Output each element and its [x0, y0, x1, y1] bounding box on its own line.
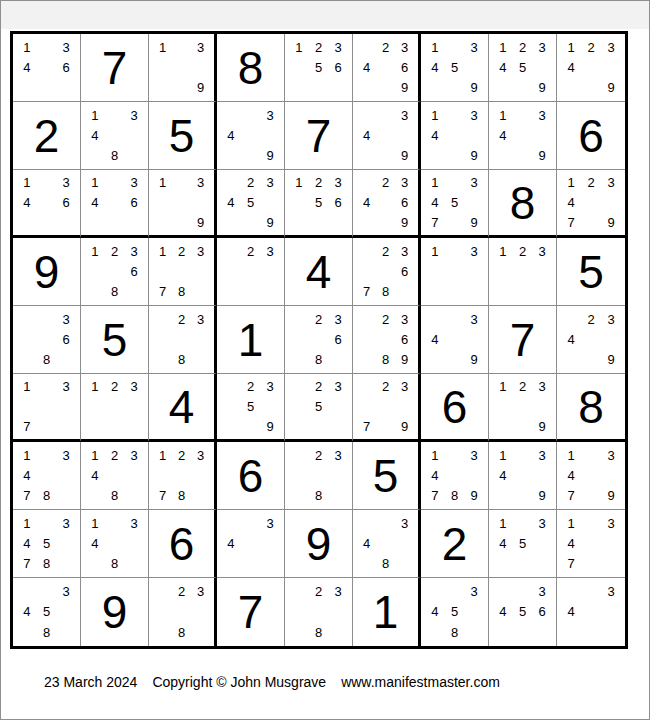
placed-digit: 5	[578, 249, 604, 295]
placed-digit: 5	[373, 453, 399, 499]
cell-r6c5: 235	[285, 374, 353, 442]
cell-r3c9: 123479	[557, 170, 625, 238]
placed-digit: 6	[238, 453, 264, 499]
pencil-mark: 1	[159, 41, 166, 54]
placed-digit: 7	[102, 45, 128, 91]
cell-r3c8: 8	[489, 170, 557, 238]
sudoku-board: 1346713981235623469134591234591234921348…	[10, 31, 628, 649]
pencil-mark: 5	[247, 400, 254, 413]
pencil-mark: 3	[471, 585, 478, 598]
pencil-mark: 4	[23, 605, 30, 618]
cell-r6c8: 1239	[489, 374, 557, 442]
cell-r1c7: 13459	[421, 34, 489, 102]
pencil-mark: 5	[519, 61, 526, 74]
pencil-mark: 9	[471, 81, 478, 94]
cell-r5c8: 7	[489, 306, 557, 374]
cell-r8c3: 6	[149, 510, 217, 578]
pencil-mark: 3	[401, 380, 408, 393]
footer-date: 23 March 2024	[44, 674, 137, 690]
pencil-mark: 8	[111, 557, 118, 570]
pencil-mark: 5	[519, 537, 526, 550]
pencil-mark: 3	[471, 245, 478, 258]
pencil-mark: 3	[197, 449, 204, 462]
cell-r6c1: 137	[13, 374, 81, 442]
pencil-mark: 9	[471, 489, 478, 502]
pencil-mark: 4	[431, 61, 438, 74]
cell-r4c2: 12368	[81, 238, 149, 306]
cell-r4c5: 4	[285, 238, 353, 306]
pencil-mark: 3	[63, 449, 70, 462]
cell-r5c6: 23689	[353, 306, 421, 374]
pencil-mark: 4	[499, 605, 506, 618]
cell-r6c2: 123	[81, 374, 149, 442]
cell-r1c9: 12349	[557, 34, 625, 102]
placed-digit: 8	[578, 384, 604, 430]
pencil-mark: 5	[43, 537, 50, 550]
pencil-mark: 1	[91, 449, 98, 462]
cell-r9c4: 7	[217, 578, 285, 646]
cell-r4c6: 23678	[353, 238, 421, 306]
placed-digit: 7	[510, 317, 536, 363]
placed-digit: 1	[373, 589, 399, 635]
pencil-mark: 1	[295, 176, 302, 189]
pencil-mark: 3	[539, 517, 546, 530]
pencil-mark: 9	[401, 149, 408, 162]
pencil-mark: 9	[267, 420, 274, 433]
pencil-mark: 9	[471, 216, 478, 229]
cell-r8c8: 1345	[489, 510, 557, 578]
pencil-mark: 1	[499, 517, 506, 530]
cell-r1c2: 7	[81, 34, 149, 102]
cell-r7c9: 13479	[557, 442, 625, 510]
placed-digit: 6	[169, 521, 195, 567]
pencil-mark: 6	[131, 265, 138, 278]
cell-r2c4: 349	[217, 102, 285, 170]
pencil-mark: 2	[587, 313, 594, 326]
pencil-mark: 9	[197, 216, 204, 229]
pencil-mark: 4	[91, 537, 98, 550]
pencil-mark: 6	[539, 605, 546, 618]
pencil-mark: 5	[451, 196, 458, 209]
pencil-mark: 1	[431, 449, 438, 462]
cell-r6c3: 4	[149, 374, 217, 442]
pencil-mark: 4	[363, 537, 370, 550]
cell-r3c3: 139	[149, 170, 217, 238]
pencil-mark: 3	[539, 380, 546, 393]
pencil-mark: 2	[315, 176, 322, 189]
pencil-mark: 3	[267, 517, 274, 530]
pencil-mark: 5	[315, 196, 322, 209]
pencil-mark: 6	[335, 196, 342, 209]
pencil-mark: 1	[159, 245, 166, 258]
cell-r9c9: 34	[557, 578, 625, 646]
pencil-mark: 1	[499, 109, 506, 122]
pencil-mark: 1	[23, 380, 30, 393]
cell-r7c2: 12348	[81, 442, 149, 510]
pencil-mark: 6	[63, 61, 70, 74]
cell-r8c7: 2	[421, 510, 489, 578]
pencil-mark: 1	[91, 517, 98, 530]
pencil-mark: 3	[131, 517, 138, 530]
pencil-mark: 5	[315, 400, 322, 413]
pencil-mark: 8	[315, 489, 322, 502]
pencil-mark: 9	[471, 353, 478, 366]
pencil-mark: 2	[111, 245, 118, 258]
pencil-mark: 1	[91, 176, 98, 189]
pencil-mark: 5	[43, 605, 50, 618]
pencil-mark: 3	[607, 517, 614, 530]
placed-digit: 4	[169, 384, 195, 430]
cell-r9c2: 9	[81, 578, 149, 646]
cell-r8c6: 348	[353, 510, 421, 578]
pencil-mark: 5	[451, 61, 458, 74]
pencil-mark: 4	[499, 129, 506, 142]
pencil-mark: 3	[131, 380, 138, 393]
pencil-mark: 2	[587, 41, 594, 54]
cell-r7c3: 12378	[149, 442, 217, 510]
cell-r6c9: 8	[557, 374, 625, 442]
pencil-mark: 8	[178, 626, 185, 639]
pencil-mark: 9	[401, 81, 408, 94]
pencil-mark: 9	[197, 81, 204, 94]
pencil-mark: 4	[567, 537, 574, 550]
pencil-mark: 5	[519, 605, 526, 618]
pencil-mark: 4	[431, 196, 438, 209]
pencil-mark: 2	[247, 176, 254, 189]
pencil-mark: 1	[431, 41, 438, 54]
pencil-mark: 1	[567, 449, 574, 462]
pencil-mark: 1	[91, 245, 98, 258]
pencil-mark: 3	[401, 41, 408, 54]
pencil-mark: 3	[197, 585, 204, 598]
pencil-mark: 7	[431, 489, 438, 502]
pencil-mark: 9	[539, 420, 546, 433]
pencil-mark: 4	[363, 129, 370, 142]
cell-r2c8: 1349	[489, 102, 557, 170]
cell-r1c6: 23469	[353, 34, 421, 102]
pencil-mark: 8	[43, 489, 50, 502]
pencil-mark: 4	[227, 537, 234, 550]
pencil-mark: 8	[178, 285, 185, 298]
pencil-mark: 7	[23, 420, 30, 433]
pencil-mark: 1	[91, 380, 98, 393]
puzzle-page: 1346713981235623469134591234591234921348…	[0, 0, 650, 720]
cell-r5c4: 1	[217, 306, 285, 374]
pencil-mark: 4	[431, 469, 438, 482]
pencil-mark: 7	[431, 216, 438, 229]
cell-r3c7: 134579	[421, 170, 489, 238]
cell-r4c1: 9	[13, 238, 81, 306]
pencil-mark: 3	[539, 41, 546, 54]
pencil-mark: 3	[335, 176, 342, 189]
pencil-mark: 8	[43, 626, 50, 639]
pencil-mark: 4	[499, 61, 506, 74]
cell-r9c7: 3458	[421, 578, 489, 646]
pencil-mark: 9	[401, 216, 408, 229]
pencil-mark: 8	[451, 626, 458, 639]
pencil-mark: 4	[499, 537, 506, 550]
pencil-mark: 3	[539, 585, 546, 598]
cell-r8c2: 1348	[81, 510, 149, 578]
cell-r2c5: 7	[285, 102, 353, 170]
pencil-mark: 3	[401, 245, 408, 258]
pencil-mark: 3	[471, 41, 478, 54]
cell-r2c9: 6	[557, 102, 625, 170]
pencil-mark: 2	[178, 245, 185, 258]
cell-r5c5: 2368	[285, 306, 353, 374]
pencil-mark: 2	[178, 449, 185, 462]
pencil-mark: 9	[607, 353, 614, 366]
pencil-mark: 7	[567, 557, 574, 570]
pencil-mark: 6	[401, 333, 408, 346]
pencil-mark: 3	[63, 585, 70, 598]
pencil-mark: 1	[567, 517, 574, 530]
pencil-mark: 3	[197, 41, 204, 54]
pencil-mark: 3	[471, 449, 478, 462]
cell-r1c3: 139	[149, 34, 217, 102]
pencil-mark: 2	[519, 245, 526, 258]
pencil-mark: 4	[431, 605, 438, 618]
pencil-mark: 5	[247, 196, 254, 209]
pencil-mark: 2	[382, 245, 389, 258]
cell-r1c4: 8	[217, 34, 285, 102]
pencil-mark: 7	[567, 216, 574, 229]
pencil-mark: 1	[23, 176, 30, 189]
cell-r2c3: 5	[149, 102, 217, 170]
pencil-mark: 9	[401, 420, 408, 433]
pencil-mark: 8	[111, 285, 118, 298]
placed-digit: 6	[578, 113, 604, 159]
cell-r6c7: 6	[421, 374, 489, 442]
pencil-mark: 4	[23, 196, 30, 209]
pencil-mark: 4	[567, 196, 574, 209]
footer: 23 March 2024 Copyright © John Musgrave …	[44, 674, 500, 690]
pencil-mark: 3	[131, 449, 138, 462]
pencil-mark: 8	[43, 557, 50, 570]
pencil-mark: 1	[159, 176, 166, 189]
pencil-mark: 1	[295, 41, 302, 54]
cell-r5c1: 368	[13, 306, 81, 374]
pencil-mark: 3	[131, 109, 138, 122]
cell-r9c6: 1	[353, 578, 421, 646]
pencil-mark: 7	[23, 557, 30, 570]
cell-r9c5: 238	[285, 578, 353, 646]
pencil-mark: 3	[539, 109, 546, 122]
pencil-mark: 8	[315, 353, 322, 366]
pencil-mark: 3	[335, 449, 342, 462]
pencil-mark: 7	[159, 489, 166, 502]
pencil-mark: 6	[63, 333, 70, 346]
pencil-mark: 9	[539, 489, 546, 502]
pencil-mark: 7	[363, 420, 370, 433]
cell-r5c3: 238	[149, 306, 217, 374]
pencil-mark: 8	[111, 489, 118, 502]
pencil-mark: 9	[539, 149, 546, 162]
pencil-mark: 7	[363, 285, 370, 298]
pencil-mark: 3	[63, 517, 70, 530]
cell-r7c5: 238	[285, 442, 353, 510]
pencil-mark: 1	[91, 109, 98, 122]
pencil-mark: 3	[539, 449, 546, 462]
cell-r5c9: 2349	[557, 306, 625, 374]
placed-digit: 1	[238, 317, 264, 363]
pencil-mark: 3	[267, 109, 274, 122]
pencil-mark: 4	[567, 605, 574, 618]
pencil-mark: 9	[267, 149, 274, 162]
pencil-mark: 4	[23, 537, 30, 550]
pencil-mark: 2	[247, 245, 254, 258]
pencil-mark: 3	[401, 517, 408, 530]
pencil-mark: 9	[607, 216, 614, 229]
cell-r4c9: 5	[557, 238, 625, 306]
pencil-mark: 9	[607, 489, 614, 502]
placed-digit: 9	[306, 521, 332, 567]
pencil-mark: 4	[23, 61, 30, 74]
cell-r4c3: 12378	[149, 238, 217, 306]
pencil-mark: 6	[401, 265, 408, 278]
pencil-mark: 3	[607, 313, 614, 326]
pencil-mark: 4	[91, 129, 98, 142]
pencil-mark: 7	[23, 489, 30, 502]
pencil-mark: 4	[567, 333, 574, 346]
pencil-mark: 4	[431, 333, 438, 346]
pencil-mark: 4	[91, 469, 98, 482]
cell-r7c6: 5	[353, 442, 421, 510]
pencil-mark: 6	[401, 61, 408, 74]
pencil-mark: 2	[315, 313, 322, 326]
cell-r3c1: 1346	[13, 170, 81, 238]
pencil-mark: 3	[607, 449, 614, 462]
pencil-mark: 5	[315, 61, 322, 74]
pencil-mark: 3	[401, 176, 408, 189]
pencil-mark: 4	[499, 469, 506, 482]
pencil-mark: 1	[431, 176, 438, 189]
cell-r4c4: 23	[217, 238, 285, 306]
pencil-mark: 2	[519, 41, 526, 54]
placed-digit: 9	[102, 589, 128, 635]
pencil-mark: 1	[499, 449, 506, 462]
cell-r7c7: 134789	[421, 442, 489, 510]
pencil-mark: 1	[431, 245, 438, 258]
pencil-mark: 3	[607, 41, 614, 54]
pencil-mark: 8	[451, 489, 458, 502]
pencil-mark: 1	[499, 380, 506, 393]
pencil-mark: 4	[23, 469, 30, 482]
pencil-mark: 1	[431, 109, 438, 122]
pencil-mark: 8	[43, 353, 50, 366]
pencil-mark: 5	[451, 605, 458, 618]
pencil-mark: 9	[401, 353, 408, 366]
pencil-mark: 7	[159, 285, 166, 298]
pencil-mark: 9	[607, 81, 614, 94]
pencil-mark: 8	[382, 557, 389, 570]
placed-digit: 2	[442, 521, 468, 567]
pencil-mark: 4	[567, 61, 574, 74]
pencil-mark: 9	[539, 81, 546, 94]
cell-r2c2: 1348	[81, 102, 149, 170]
pencil-mark: 8	[111, 149, 118, 162]
cell-r6c4: 2359	[217, 374, 285, 442]
pencil-mark: 3	[267, 380, 274, 393]
pencil-mark: 3	[267, 176, 274, 189]
cell-r2c6: 349	[353, 102, 421, 170]
cell-r3c4: 23459	[217, 170, 285, 238]
pencil-mark: 3	[401, 109, 408, 122]
pencil-mark: 3	[335, 313, 342, 326]
pencil-mark: 8	[382, 285, 389, 298]
pencil-mark: 2	[315, 380, 322, 393]
cell-r1c1: 1346	[13, 34, 81, 102]
pencil-mark: 9	[267, 216, 274, 229]
placed-digit: 8	[510, 180, 536, 226]
cell-r1c8: 123459	[489, 34, 557, 102]
pencil-mark: 3	[471, 313, 478, 326]
pencil-mark: 2	[315, 449, 322, 462]
cell-r6c6: 2379	[353, 374, 421, 442]
pencil-mark: 2	[519, 380, 526, 393]
placed-digit: 4	[306, 249, 332, 295]
pencil-mark: 4	[363, 61, 370, 74]
cell-r7c8: 1349	[489, 442, 557, 510]
pencil-mark: 1	[23, 449, 30, 462]
pencil-mark: 2	[111, 380, 118, 393]
pencil-mark: 3	[197, 313, 204, 326]
placed-digit: 2	[34, 113, 60, 159]
pencil-mark: 6	[131, 196, 138, 209]
pencil-mark: 2	[382, 313, 389, 326]
pencil-mark: 8	[178, 353, 185, 366]
pencil-mark: 3	[63, 41, 70, 54]
pencil-mark: 8	[178, 489, 185, 502]
pencil-mark: 6	[401, 196, 408, 209]
pencil-mark: 8	[382, 353, 389, 366]
pencil-mark: 8	[315, 626, 322, 639]
cell-r4c7: 13	[421, 238, 489, 306]
pencil-mark: 3	[335, 41, 342, 54]
placed-digit: 7	[306, 113, 332, 159]
cell-r8c4: 34	[217, 510, 285, 578]
pencil-mark: 3	[197, 176, 204, 189]
cell-r5c7: 349	[421, 306, 489, 374]
pencil-mark: 2	[587, 176, 594, 189]
pencil-mark: 3	[197, 245, 204, 258]
pencil-mark: 3	[63, 176, 70, 189]
placed-digit: 5	[102, 317, 128, 363]
pencil-mark: 2	[247, 380, 254, 393]
pencil-mark: 1	[23, 41, 30, 54]
cell-r9c1: 3458	[13, 578, 81, 646]
pencil-mark: 6	[335, 333, 342, 346]
pencil-mark: 1	[23, 517, 30, 530]
cell-r3c6: 23469	[353, 170, 421, 238]
pencil-mark: 4	[567, 469, 574, 482]
cell-r8c5: 9	[285, 510, 353, 578]
placed-digit: 6	[442, 384, 468, 430]
pencil-mark: 3	[63, 313, 70, 326]
placed-digit: 7	[238, 589, 264, 635]
pencil-mark: 6	[335, 61, 342, 74]
cell-r1c5: 12356	[285, 34, 353, 102]
top-band	[1, 1, 649, 29]
pencil-mark: 2	[315, 41, 322, 54]
pencil-mark: 3	[335, 585, 342, 598]
pencil-mark: 3	[471, 176, 478, 189]
pencil-mark: 2	[382, 176, 389, 189]
placed-digit: 8	[238, 45, 264, 91]
cell-r4c8: 123	[489, 238, 557, 306]
cell-r7c1: 13478	[13, 442, 81, 510]
pencil-mark: 1	[499, 41, 506, 54]
